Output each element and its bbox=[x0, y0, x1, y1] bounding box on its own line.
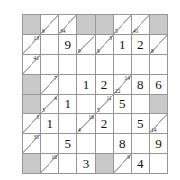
cell-r5c7[interactable] bbox=[132, 95, 150, 115]
down-clue: 41 bbox=[133, 28, 138, 33]
cell-r7c2[interactable] bbox=[41, 134, 59, 154]
down-clue: 5 bbox=[115, 28, 118, 33]
cell-r4c1 bbox=[23, 75, 41, 95]
entry-digit: 8 bbox=[114, 134, 131, 153]
cell-r2c6[interactable]: 1 bbox=[114, 35, 132, 55]
cell-r2c1: 13 bbox=[23, 35, 41, 55]
entry-digit: 2 bbox=[96, 75, 113, 94]
down-clue: 9 bbox=[97, 48, 100, 53]
cell-r6c4: 416 bbox=[77, 114, 95, 134]
cell-r2c7[interactable]: 2 bbox=[132, 35, 150, 55]
entry-digit: 3 bbox=[77, 154, 94, 173]
cell-r1c8 bbox=[150, 15, 168, 35]
across-clue: 9 bbox=[127, 154, 130, 159]
cell-r2c2[interactable] bbox=[41, 35, 59, 55]
cell-r3c2[interactable] bbox=[41, 55, 59, 75]
cell-r3c5[interactable] bbox=[96, 55, 114, 75]
cell-r4c8[interactable]: 6 bbox=[150, 75, 168, 95]
cell-r8c3[interactable] bbox=[59, 154, 77, 174]
cell-r4c2: 7 bbox=[41, 75, 59, 95]
cell-r7c5[interactable] bbox=[96, 134, 114, 154]
cell-r8c8[interactable] bbox=[150, 154, 168, 174]
cell-r2c4: 9 bbox=[77, 35, 95, 55]
cell-r4c3[interactable] bbox=[59, 75, 77, 95]
across-clue: 14 bbox=[124, 75, 129, 80]
cell-r1c6: 5 bbox=[114, 15, 132, 35]
cell-r8c2: 10 bbox=[41, 154, 59, 174]
across-clue: 4 bbox=[55, 95, 58, 100]
cell-r5c5: 511 bbox=[96, 95, 114, 115]
cell-r6c2[interactable]: 1 bbox=[41, 114, 59, 134]
cell-r1c5 bbox=[96, 15, 114, 35]
cell-r3c4[interactable] bbox=[77, 55, 95, 75]
entry-digit: 1 bbox=[114, 35, 131, 54]
entry-digit: 6 bbox=[150, 75, 167, 94]
cell-r6c6[interactable] bbox=[114, 114, 132, 134]
cell-r5c8 bbox=[150, 95, 168, 115]
cell-r6c1: 3 bbox=[23, 114, 41, 134]
down-clue: 22 bbox=[115, 88, 120, 93]
entry-digit: 1 bbox=[77, 75, 94, 94]
cell-r8c6: 9 bbox=[114, 154, 132, 174]
cell-r2c5: 93 bbox=[96, 35, 114, 55]
cell-r7c6[interactable]: 8 bbox=[114, 134, 132, 154]
cell-r5c6[interactable]: 5 bbox=[114, 95, 132, 115]
cell-r8c7[interactable]: 4 bbox=[132, 154, 150, 174]
cell-r8c4[interactable]: 3 bbox=[77, 154, 95, 174]
entry-digit: 4 bbox=[132, 154, 149, 173]
across-clue: 13 bbox=[34, 35, 39, 40]
cell-r1c7: 41 bbox=[132, 15, 150, 35]
cell-r7c1: 35 bbox=[23, 134, 41, 154]
entry-digit: 8 bbox=[132, 75, 149, 94]
cell-r6c7[interactable]: 5 bbox=[132, 114, 150, 134]
cell-r4c4[interactable]: 1 bbox=[77, 75, 95, 95]
across-clue: 3 bbox=[36, 114, 39, 119]
across-clue: 3 bbox=[109, 35, 112, 40]
down-clue: 3 bbox=[42, 108, 45, 113]
down-clue: 34 bbox=[60, 28, 65, 33]
entry-digit: 9 bbox=[150, 134, 167, 153]
across-clue: 35 bbox=[34, 134, 39, 139]
cell-r1c3: 34 bbox=[59, 15, 77, 35]
cell-r7c7[interactable] bbox=[132, 134, 150, 154]
across-clue: 16 bbox=[88, 114, 93, 119]
across-clue: 41 bbox=[34, 55, 39, 60]
kakuro-board: 9345411399931284171222148634151153141625… bbox=[22, 14, 168, 174]
cell-r3c3[interactable] bbox=[59, 55, 77, 75]
cell-r3c6[interactable] bbox=[114, 55, 132, 75]
cell-r5c4[interactable] bbox=[77, 95, 95, 115]
cell-r3c8[interactable] bbox=[150, 55, 168, 75]
cell-r1c1 bbox=[23, 15, 41, 35]
cell-r2c8: 8 bbox=[150, 35, 168, 55]
entry-digit: 2 bbox=[96, 114, 113, 133]
cell-r6c8: 14 bbox=[150, 114, 168, 134]
entry-digit: 1 bbox=[59, 95, 76, 114]
down-clue: 9 bbox=[42, 28, 45, 33]
entry-digit: 5 bbox=[114, 95, 131, 114]
cell-r3c1: 41 bbox=[23, 55, 41, 75]
entry-digit: 2 bbox=[132, 35, 149, 54]
cell-r6c5[interactable]: 2 bbox=[96, 114, 114, 134]
cell-r1c4 bbox=[77, 15, 95, 35]
cell-r7c4[interactable] bbox=[77, 134, 95, 154]
entry-digit: 1 bbox=[41, 114, 58, 133]
cell-r3c7[interactable] bbox=[132, 55, 150, 75]
cell-r4c7[interactable]: 8 bbox=[132, 75, 150, 95]
down-clue: 5 bbox=[97, 108, 100, 113]
down-clue: 9 bbox=[78, 48, 81, 53]
cell-r4c5[interactable]: 2 bbox=[96, 75, 114, 95]
across-clue: 7 bbox=[55, 75, 58, 80]
entry-digit: 5 bbox=[132, 114, 149, 133]
cell-r5c1 bbox=[23, 95, 41, 115]
across-clue: 10 bbox=[52, 154, 57, 159]
cell-r7c3[interactable]: 5 bbox=[59, 134, 77, 154]
cell-r4c6: 2214 bbox=[114, 75, 132, 95]
entry-digit: 5 bbox=[59, 134, 76, 153]
cell-r6c3[interactable] bbox=[59, 114, 77, 134]
down-clue: 14 bbox=[151, 128, 156, 133]
kakuro-page: 9345411399931284171222148634151153141625… bbox=[0, 0, 180, 180]
cell-r7c8[interactable]: 9 bbox=[150, 134, 168, 154]
across-clue: 11 bbox=[106, 95, 111, 100]
entry-digit: 9 bbox=[59, 35, 76, 54]
cell-r8c1 bbox=[23, 154, 41, 174]
cell-r1c2: 9 bbox=[41, 15, 59, 35]
down-clue: 4 bbox=[78, 128, 81, 133]
cell-r2c3[interactable]: 9 bbox=[59, 35, 77, 55]
cell-r5c3[interactable]: 1 bbox=[59, 95, 77, 115]
down-clue: 8 bbox=[151, 48, 154, 53]
cell-r5c2: 34 bbox=[41, 95, 59, 115]
cell-r8c5 bbox=[96, 154, 114, 174]
